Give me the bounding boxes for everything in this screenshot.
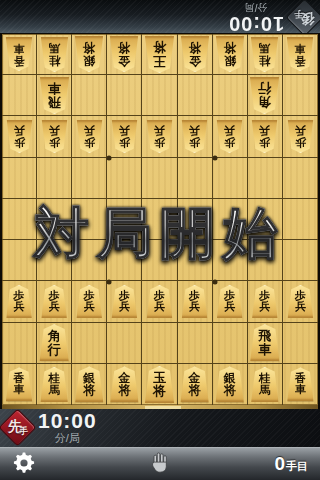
sente-clock: 10:00 分/局 — [38, 410, 97, 444]
sente-badge-small-char: 手 — [19, 425, 28, 438]
board-cell-6-7[interactable]: 歩兵 — [107, 281, 142, 322]
star-point — [107, 280, 112, 285]
board-cell-6-3[interactable]: 歩兵 — [107, 116, 142, 157]
board-cell-9-9[interactable]: 香車 — [2, 364, 37, 405]
pass-hand-button[interactable] — [151, 452, 169, 476]
board-cell-2-4[interactable] — [248, 158, 283, 199]
toolbar: 0 手目 — [0, 447, 320, 480]
board-cell-4-1[interactable]: 金将 — [178, 34, 213, 75]
board-cell-3-7[interactable]: 歩兵 — [213, 281, 248, 322]
piece-pawn-gote[interactable]: 歩兵 — [76, 120, 103, 153]
piece-pawn-sente[interactable]: 歩兵 — [251, 285, 278, 318]
board-cell-8-2[interactable]: 飛車 — [37, 75, 72, 116]
piece-pawn-sente[interactable]: 歩兵 — [216, 285, 243, 318]
piece-king-sente[interactable]: 玉将 — [144, 366, 175, 403]
piece-pawn-gote[interactable]: 歩兵 — [41, 120, 68, 153]
board-cell-1-7[interactable]: 歩兵 — [283, 281, 318, 322]
board-cell-9-7[interactable]: 歩兵 — [2, 281, 37, 322]
board-cell-2-2[interactable]: 角行 — [248, 75, 283, 116]
gote-time: 10:00 — [228, 14, 284, 34]
board-cell-4-8[interactable] — [178, 323, 213, 364]
piece-lance-gote[interactable]: 香車 — [5, 37, 33, 71]
board-cell-7-4[interactable] — [72, 158, 107, 199]
piece-gold-gote[interactable]: 金将 — [109, 36, 139, 72]
piece-pawn-sente[interactable]: 歩兵 — [146, 285, 173, 318]
piece-silver-sente[interactable]: 銀将 — [215, 366, 245, 402]
board-cell-2-1[interactable]: 桂馬 — [248, 34, 283, 75]
piece-gold-gote[interactable]: 金将 — [180, 36, 210, 72]
piece-bishop-gote[interactable]: 角行 — [249, 77, 280, 114]
game-start-banner: 対局開始 — [0, 201, 320, 265]
board-cell-9-2[interactable] — [2, 75, 37, 116]
board-cell-7-7[interactable]: 歩兵 — [72, 281, 107, 322]
piece-lance-sente[interactable]: 香車 — [5, 367, 33, 401]
board-cell-6-1[interactable]: 金将 — [107, 34, 142, 75]
board-cell-3-1[interactable]: 銀将 — [213, 34, 248, 75]
piece-rook-gote[interactable]: 飛車 — [39, 77, 70, 114]
board-cell-8-3[interactable]: 歩兵 — [37, 116, 72, 157]
board-cell-7-3[interactable]: 歩兵 — [72, 116, 107, 157]
piece-pawn-sente[interactable]: 歩兵 — [41, 285, 68, 318]
board-cell-1-9[interactable]: 香車 — [283, 364, 318, 405]
gear-icon — [12, 451, 36, 478]
piece-pawn-sente[interactable]: 歩兵 — [6, 285, 33, 318]
piece-pawn-gote[interactable]: 歩兵 — [216, 120, 243, 153]
move-counter: 0 手目 — [274, 453, 308, 475]
move-number: 0 — [274, 453, 285, 475]
board-cell-6-9[interactable]: 金将 — [107, 364, 142, 405]
board-cell-3-2[interactable] — [213, 75, 248, 116]
piece-lance-sente[interactable]: 香車 — [286, 367, 314, 401]
piece-pawn-gote[interactable]: 歩兵 — [251, 120, 278, 153]
piece-pawn-gote[interactable]: 歩兵 — [181, 120, 208, 153]
board-cell-1-8[interactable] — [283, 323, 318, 364]
board-cell-2-8[interactable]: 飛車 — [248, 323, 283, 364]
board-cell-3-4[interactable] — [213, 158, 248, 199]
board-cell-9-8[interactable] — [2, 323, 37, 364]
sente-badge-text: 先 手 — [5, 415, 30, 440]
piece-knight-sente[interactable]: 桂馬 — [40, 367, 69, 402]
board-cell-9-3[interactable]: 歩兵 — [2, 116, 37, 157]
piece-gold-sente[interactable]: 金将 — [109, 366, 139, 402]
board-cell-7-9[interactable]: 銀将 — [72, 364, 107, 405]
board-cell-2-9[interactable]: 桂馬 — [248, 364, 283, 405]
board-cell-8-9[interactable]: 桂馬 — [37, 364, 72, 405]
board-cell-4-3[interactable]: 歩兵 — [178, 116, 213, 157]
board-cell-7-1[interactable]: 銀将 — [72, 34, 107, 75]
board-cell-5-9[interactable]: 玉将 — [142, 364, 177, 405]
star-point — [107, 156, 112, 161]
piece-bishop-sente[interactable]: 角行 — [39, 324, 70, 361]
board-cell-2-7[interactable]: 歩兵 — [248, 281, 283, 322]
board-cell-5-7[interactable]: 歩兵 — [142, 281, 177, 322]
gote-clock-unit: 後 手 10:00 分/局 — [228, 0, 318, 36]
board-cell-4-4[interactable] — [178, 158, 213, 199]
board-cell-8-1[interactable]: 桂馬 — [37, 34, 72, 75]
piece-gold-sente[interactable]: 金将 — [180, 366, 210, 402]
board-cell-1-2[interactable] — [283, 75, 318, 116]
gote-badge-text: 後 手 — [292, 6, 317, 31]
piece-king-gote[interactable]: 王将 — [144, 36, 175, 73]
piece-pawn-gote[interactable]: 歩兵 — [287, 120, 314, 153]
board-cell-7-8[interactable] — [72, 323, 107, 364]
board-cell-1-3[interactable]: 歩兵 — [283, 116, 318, 157]
board-cell-8-4[interactable] — [37, 158, 72, 199]
board-cell-7-2[interactable] — [72, 75, 107, 116]
shogi-app-screen: 後 手 10:00 分/局 香車桂馬銀将金将王将金将銀将桂馬香車飛車角行歩兵歩兵… — [0, 0, 320, 480]
sente-clock-unit: 先 手 10:00 分/局 — [4, 410, 97, 444]
piece-knight-gote[interactable]: 桂馬 — [250, 37, 279, 72]
gote-badge-small-char: 手 — [294, 8, 303, 21]
board-cell-3-9[interactable]: 銀将 — [213, 364, 248, 405]
board-cell-6-2[interactable] — [107, 75, 142, 116]
star-point — [213, 156, 218, 161]
piece-pawn-gote[interactable]: 歩兵 — [6, 120, 33, 153]
board-cell-9-4[interactable] — [2, 158, 37, 199]
piece-silver-gote[interactable]: 銀将 — [215, 36, 245, 72]
move-number-suffix: 手目 — [286, 459, 308, 474]
board-cell-4-7[interactable]: 歩兵 — [178, 281, 213, 322]
star-point — [213, 280, 218, 285]
piece-pawn-gote[interactable]: 歩兵 — [111, 120, 138, 153]
top-bar: 後 手 10:00 分/局 — [0, 0, 320, 33]
piece-pawn-sente[interactable]: 歩兵 — [111, 285, 138, 318]
board-cell-3-8[interactable] — [213, 323, 248, 364]
piece-pawn-sente[interactable]: 歩兵 — [76, 285, 103, 318]
board-cell-5-2[interactable] — [142, 75, 177, 116]
gote-badge: 後 手 — [285, 0, 320, 37]
board-cell-5-8[interactable] — [142, 323, 177, 364]
board-cell-1-1[interactable]: 香車 — [283, 34, 318, 75]
piece-silver-sente[interactable]: 銀将 — [74, 366, 104, 402]
piece-pawn-sente[interactable]: 歩兵 — [181, 285, 208, 318]
board-cell-5-4[interactable] — [142, 158, 177, 199]
board-cell-9-1[interactable]: 香車 — [2, 34, 37, 75]
sente-badge: 先 手 — [0, 408, 37, 446]
piece-knight-gote[interactable]: 桂馬 — [40, 37, 69, 72]
board-cell-4-2[interactable] — [178, 75, 213, 116]
board-cell-6-8[interactable] — [107, 323, 142, 364]
board-cell-2-3[interactable]: 歩兵 — [248, 116, 283, 157]
hand-icon — [151, 452, 169, 476]
board-cell-1-4[interactable] — [283, 158, 318, 199]
board-cell-5-1[interactable]: 王将 — [142, 34, 177, 75]
piece-rook-sente[interactable]: 飛車 — [249, 324, 280, 361]
board-cell-5-3[interactable]: 歩兵 — [142, 116, 177, 157]
board-cell-8-7[interactable]: 歩兵 — [37, 281, 72, 322]
board-cell-4-9[interactable]: 金将 — [178, 364, 213, 405]
gote-clock: 10:00 分/局 — [228, 2, 284, 34]
bottom-info-bar: 先 手 10:00 分/局 — [0, 409, 320, 447]
board-cell-8-8[interactable]: 角行 — [37, 323, 72, 364]
sente-time-unit: 分/局 — [55, 433, 80, 444]
piece-silver-gote[interactable]: 銀将 — [74, 36, 104, 72]
gote-time-unit: 分/局 — [245, 2, 268, 12]
board-cell-3-3[interactable]: 歩兵 — [213, 116, 248, 157]
piece-lance-gote[interactable]: 香車 — [286, 37, 314, 71]
piece-pawn-gote[interactable]: 歩兵 — [146, 120, 173, 153]
board-cell-6-4[interactable] — [107, 158, 142, 199]
settings-button[interactable] — [12, 451, 36, 478]
sente-time: 10:00 — [38, 410, 97, 431]
piece-pawn-sente[interactable]: 歩兵 — [287, 285, 314, 318]
piece-knight-sente[interactable]: 桂馬 — [250, 367, 279, 402]
